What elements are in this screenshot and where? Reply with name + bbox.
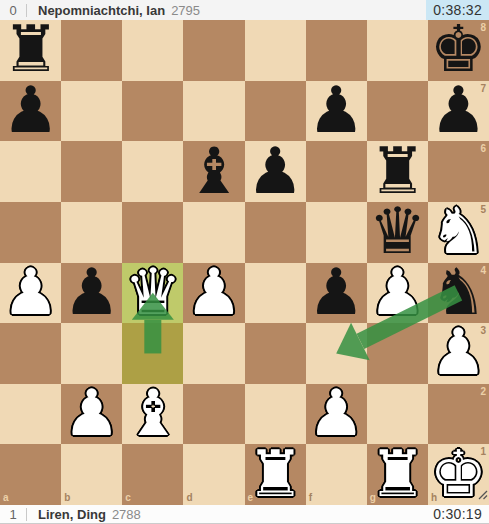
piece-black-rook: ♜ xyxy=(2,19,59,79)
square-h3[interactable]: ♟3 xyxy=(428,323,489,384)
rank-label-1: 1 xyxy=(480,447,486,457)
piece-white-pawn: ♟ xyxy=(369,262,426,322)
square-c2[interactable]: ♝ xyxy=(122,384,183,445)
piece-white-rook: ♜ xyxy=(246,444,303,504)
square-e6[interactable]: ♟ xyxy=(245,141,306,202)
file-label-b: b xyxy=(64,493,70,503)
square-b5[interactable] xyxy=(61,202,122,263)
square-c3[interactable] xyxy=(122,323,183,384)
top-player-name: Nepomniachtchi, Ian xyxy=(38,3,165,18)
square-g3[interactable] xyxy=(367,323,428,384)
square-d8[interactable] xyxy=(183,20,244,81)
piece-black-queen: ♛ xyxy=(369,201,426,261)
rank-label-4: 4 xyxy=(480,266,486,276)
top-player-rating: 2795 xyxy=(171,3,200,18)
top-bar-separator xyxy=(26,4,27,17)
square-f3[interactable] xyxy=(306,323,367,384)
bottom-bar-separator xyxy=(26,508,27,521)
square-a4[interactable]: ♟ xyxy=(0,263,61,324)
square-f2[interactable]: ♟ xyxy=(306,384,367,445)
square-e1[interactable]: ♜e xyxy=(245,444,306,505)
square-a2[interactable] xyxy=(0,384,61,445)
bottom-player-name: Liren, Ding xyxy=(38,507,106,522)
square-f4[interactable]: ♟ xyxy=(306,263,367,324)
rank-label-7: 7 xyxy=(480,84,486,94)
file-label-h: h xyxy=(431,493,437,503)
piece-black-pawn: ♟ xyxy=(308,262,365,322)
square-g6[interactable]: ♜ xyxy=(367,141,428,202)
board-grid: ♜♚8♟♟♟7♝♟♜6♛♞5♟♟♛♟♟♟♞4♟3♟♝♟2abcd♜ef♜g♚1h xyxy=(0,20,489,505)
square-f7[interactable]: ♟ xyxy=(306,81,367,142)
square-a3[interactable] xyxy=(0,323,61,384)
square-f8[interactable] xyxy=(306,20,367,81)
square-e8[interactable] xyxy=(245,20,306,81)
square-h5[interactable]: ♞5 xyxy=(428,202,489,263)
square-c5[interactable] xyxy=(122,202,183,263)
piece-white-pawn: ♟ xyxy=(430,322,487,382)
top-player-clock: 0:38:32 xyxy=(426,0,489,20)
square-d6[interactable]: ♝ xyxy=(183,141,244,202)
square-g5[interactable]: ♛ xyxy=(367,202,428,263)
bottom-player-clock: 0:30:19 xyxy=(426,505,489,523)
file-label-f: f xyxy=(309,493,312,503)
square-a8[interactable]: ♜ xyxy=(0,20,61,81)
square-h8[interactable]: ♚8 xyxy=(428,20,489,81)
square-c4[interactable]: ♛ xyxy=(122,263,183,324)
square-h6[interactable]: 6 xyxy=(428,141,489,202)
chess-board: ♜♚8♟♟♟7♝♟♜6♛♞5♟♟♛♟♟♟♞4♟3♟♝♟2abcd♜ef♜g♚1h xyxy=(0,20,489,505)
square-d5[interactable] xyxy=(183,202,244,263)
square-f6[interactable] xyxy=(306,141,367,202)
file-label-d: d xyxy=(186,493,192,503)
square-g8[interactable] xyxy=(367,20,428,81)
file-label-a: a xyxy=(3,493,9,503)
piece-white-pawn: ♟ xyxy=(63,383,120,443)
file-label-g: g xyxy=(370,493,376,503)
rank-label-5: 5 xyxy=(480,205,486,215)
piece-white-queen: ♛ xyxy=(124,262,181,322)
bottom-player-bar: 1 Liren, Ding 2788 0:30:19 xyxy=(0,505,489,524)
square-b7[interactable] xyxy=(61,81,122,142)
square-f1[interactable]: f xyxy=(306,444,367,505)
piece-white-knight: ♞ xyxy=(430,201,487,261)
square-h7[interactable]: ♟7 xyxy=(428,81,489,142)
square-c7[interactable] xyxy=(122,81,183,142)
square-g7[interactable] xyxy=(367,81,428,142)
square-b8[interactable] xyxy=(61,20,122,81)
square-b3[interactable] xyxy=(61,323,122,384)
rank-label-6: 6 xyxy=(480,144,486,154)
square-a1[interactable]: a xyxy=(0,444,61,505)
square-g1[interactable]: ♜g xyxy=(367,444,428,505)
piece-black-bishop: ♝ xyxy=(185,141,242,201)
square-c6[interactable] xyxy=(122,141,183,202)
square-d7[interactable] xyxy=(183,81,244,142)
square-e2[interactable] xyxy=(245,384,306,445)
board-resize-handle[interactable] xyxy=(477,486,488,504)
square-e7[interactable] xyxy=(245,81,306,142)
square-b2[interactable]: ♟ xyxy=(61,384,122,445)
rank-label-8: 8 xyxy=(480,23,486,33)
square-d4[interactable]: ♟ xyxy=(183,263,244,324)
square-e4[interactable] xyxy=(245,263,306,324)
piece-black-pawn: ♟ xyxy=(63,262,120,322)
top-game-number: 0 xyxy=(0,3,26,18)
square-g2[interactable] xyxy=(367,384,428,445)
piece-white-pawn: ♟ xyxy=(2,262,59,322)
bottom-game-number: 1 xyxy=(0,507,26,522)
piece-black-pawn: ♟ xyxy=(430,80,487,140)
rank-label-3: 3 xyxy=(480,326,486,336)
square-h4[interactable]: ♞4 xyxy=(428,263,489,324)
square-c1[interactable]: c xyxy=(122,444,183,505)
square-d1[interactable]: d xyxy=(183,444,244,505)
top-player-bar: 0 Nepomniachtchi, Ian 2795 0:38:32 xyxy=(0,0,489,20)
piece-black-pawn: ♟ xyxy=(2,80,59,140)
square-e5[interactable] xyxy=(245,202,306,263)
piece-black-pawn: ♟ xyxy=(308,80,365,140)
square-h2[interactable]: 2 xyxy=(428,384,489,445)
square-a6[interactable] xyxy=(0,141,61,202)
square-f5[interactable] xyxy=(306,202,367,263)
square-e3[interactable] xyxy=(245,323,306,384)
piece-white-bishop: ♝ xyxy=(124,383,181,443)
square-a7[interactable]: ♟ xyxy=(0,81,61,142)
piece-black-pawn: ♟ xyxy=(246,141,303,201)
square-c8[interactable] xyxy=(122,20,183,81)
square-g4[interactable]: ♟ xyxy=(367,263,428,324)
bottom-player-rating: 2788 xyxy=(112,507,141,522)
square-d3[interactable] xyxy=(183,323,244,384)
piece-white-pawn: ♟ xyxy=(308,383,365,443)
square-b6[interactable] xyxy=(61,141,122,202)
square-a5[interactable] xyxy=(0,202,61,263)
piece-white-rook: ♜ xyxy=(369,444,426,504)
piece-black-rook: ♜ xyxy=(369,141,426,201)
square-b1[interactable]: b xyxy=(61,444,122,505)
piece-black-king: ♚ xyxy=(430,19,487,79)
square-d2[interactable] xyxy=(183,384,244,445)
square-b4[interactable]: ♟ xyxy=(61,263,122,324)
piece-black-knight: ♞ xyxy=(430,262,487,322)
rank-label-2: 2 xyxy=(480,387,486,397)
file-label-c: c xyxy=(125,493,131,503)
piece-white-pawn: ♟ xyxy=(185,262,242,322)
file-label-e: e xyxy=(248,493,254,503)
